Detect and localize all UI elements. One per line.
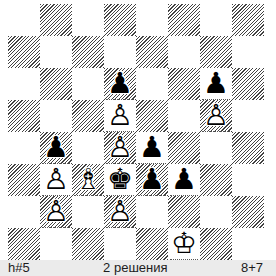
piece-glyph: ♙ <box>104 132 136 164</box>
square-c2[interactable] <box>72 196 104 228</box>
piece-glyph: ♙ <box>104 100 136 132</box>
piece-glyph: ♙ <box>104 196 136 228</box>
piece-glyph: ♟ <box>136 132 168 164</box>
square-b2[interactable]: ♟♙ <box>40 196 72 228</box>
caption-bar: h#5 2 решения 8+7 <box>0 260 276 276</box>
square-b4[interactable]: ♟♟ <box>40 132 72 164</box>
square-b3[interactable]: ♟♙ <box>40 164 72 196</box>
square-d8[interactable] <box>104 4 136 36</box>
piece-halo: ♟ <box>104 68 136 100</box>
chess-board: ♟♟♟♟♟♙♟♙♟♟♟♙♟♟♟♙♝♗♚♚♟♟♟♟♟♙♟♙♚♔ <box>8 4 264 260</box>
piece-glyph: ♟ <box>200 68 232 100</box>
square-a5[interactable] <box>8 100 40 132</box>
square-d6[interactable]: ♟♟ <box>104 68 136 100</box>
square-b7[interactable] <box>40 36 72 68</box>
white-pawn: ♟♙ <box>40 196 72 228</box>
square-h6[interactable] <box>232 68 264 100</box>
square-e2[interactable] <box>136 196 168 228</box>
square-e1[interactable] <box>136 228 168 260</box>
square-a2[interactable] <box>8 196 40 228</box>
white-king: ♚♔ <box>168 228 200 260</box>
square-h3[interactable] <box>232 164 264 196</box>
square-b1[interactable] <box>40 228 72 260</box>
piece-halo: ♟ <box>40 132 72 164</box>
square-e7[interactable] <box>136 36 168 68</box>
square-f7[interactable] <box>168 36 200 68</box>
square-f3[interactable]: ♟♟ <box>168 164 200 196</box>
square-a4[interactable] <box>8 132 40 164</box>
square-d3[interactable]: ♚♚ <box>104 164 136 196</box>
solutions-count-label: 2 решения <box>103 260 167 276</box>
square-a7[interactable] <box>8 36 40 68</box>
square-g3[interactable] <box>200 164 232 196</box>
square-a1[interactable] <box>8 228 40 260</box>
square-h7[interactable] <box>232 36 264 68</box>
square-c4[interactable] <box>72 132 104 164</box>
piece-halo: ♟ <box>136 132 168 164</box>
square-g6[interactable]: ♟♟ <box>200 68 232 100</box>
piece-halo: ♚ <box>104 164 136 196</box>
material-count-label: 8+7 <box>241 260 263 276</box>
white-bishop: ♝♗ <box>72 164 104 196</box>
piece-halo: ♟ <box>104 196 136 228</box>
square-c1[interactable] <box>72 228 104 260</box>
piece-glyph: ♟ <box>104 68 136 100</box>
square-d7[interactable] <box>104 36 136 68</box>
piece-glyph: ♚ <box>104 164 136 196</box>
square-h1[interactable] <box>232 228 264 260</box>
square-g7[interactable] <box>200 36 232 68</box>
square-h4[interactable] <box>232 132 264 164</box>
square-c3[interactable]: ♝♗ <box>72 164 104 196</box>
square-f6[interactable] <box>168 68 200 100</box>
square-e6[interactable] <box>136 68 168 100</box>
piece-halo: ♟ <box>40 196 72 228</box>
white-pawn: ♟♙ <box>104 196 136 228</box>
black-king: ♚♚ <box>104 164 136 196</box>
piece-glyph: ♟ <box>136 164 168 196</box>
piece-glyph: ♙ <box>40 164 72 196</box>
piece-glyph: ♟ <box>168 164 200 196</box>
square-f2[interactable] <box>168 196 200 228</box>
square-f1[interactable]: ♚♔ <box>168 228 200 260</box>
square-e4[interactable]: ♟♟ <box>136 132 168 164</box>
square-g1[interactable] <box>200 228 232 260</box>
piece-halo: ♟ <box>104 100 136 132</box>
white-pawn: ♟♙ <box>104 100 136 132</box>
square-g8[interactable] <box>200 4 232 36</box>
piece-halo: ♟ <box>40 164 72 196</box>
piece-glyph: ♟ <box>40 132 72 164</box>
piece-glyph: ♔ <box>168 228 200 260</box>
piece-halo: ♟ <box>104 132 136 164</box>
piece-halo: ♟ <box>200 100 232 132</box>
piece-glyph: ♗ <box>72 164 104 196</box>
square-g5[interactable]: ♟♙ <box>200 100 232 132</box>
black-pawn: ♟♟ <box>104 68 136 100</box>
square-d2[interactable]: ♟♙ <box>104 196 136 228</box>
square-e8[interactable] <box>136 4 168 36</box>
piece-glyph: ♙ <box>200 100 232 132</box>
square-a6[interactable] <box>8 68 40 100</box>
stipulation-label: h#5 <box>8 260 30 276</box>
square-e5[interactable] <box>136 100 168 132</box>
square-b8[interactable] <box>40 4 72 36</box>
square-c8[interactable] <box>72 4 104 36</box>
piece-halo: ♟ <box>200 68 232 100</box>
square-d1[interactable] <box>104 228 136 260</box>
black-pawn: ♟♟ <box>200 68 232 100</box>
square-g2[interactable] <box>200 196 232 228</box>
square-e3[interactable]: ♟♟ <box>136 164 168 196</box>
piece-glyph: ♙ <box>40 196 72 228</box>
piece-halo: ♟ <box>168 164 200 196</box>
square-f4[interactable] <box>168 132 200 164</box>
square-f8[interactable] <box>168 4 200 36</box>
piece-halo: ♝ <box>72 164 104 196</box>
square-c5[interactable] <box>72 100 104 132</box>
square-d4[interactable]: ♟♙ <box>104 132 136 164</box>
black-pawn: ♟♟ <box>40 132 72 164</box>
black-pawn: ♟♟ <box>136 132 168 164</box>
piece-halo: ♚ <box>168 228 200 260</box>
square-b6[interactable] <box>40 68 72 100</box>
square-a8[interactable] <box>8 4 40 36</box>
white-pawn: ♟♙ <box>40 164 72 196</box>
square-g4[interactable] <box>200 132 232 164</box>
square-h5[interactable] <box>232 100 264 132</box>
chess-problem-diagram: ♟♟♟♟♟♙♟♙♟♟♟♙♟♟♟♙♝♗♚♚♟♟♟♟♟♙♟♙♚♔ h#5 2 реш… <box>0 0 276 276</box>
piece-halo: ♟ <box>136 164 168 196</box>
square-a3[interactable] <box>8 164 40 196</box>
white-pawn: ♟♙ <box>200 100 232 132</box>
black-pawn: ♟♟ <box>136 164 168 196</box>
square-f5[interactable] <box>168 100 200 132</box>
square-h8[interactable] <box>232 4 264 36</box>
square-c6[interactable] <box>72 68 104 100</box>
white-pawn: ♟♙ <box>104 132 136 164</box>
square-h2[interactable] <box>232 196 264 228</box>
square-c7[interactable] <box>72 36 104 68</box>
square-b5[interactable] <box>40 100 72 132</box>
square-d5[interactable]: ♟♙ <box>104 100 136 132</box>
black-pawn: ♟♟ <box>168 164 200 196</box>
